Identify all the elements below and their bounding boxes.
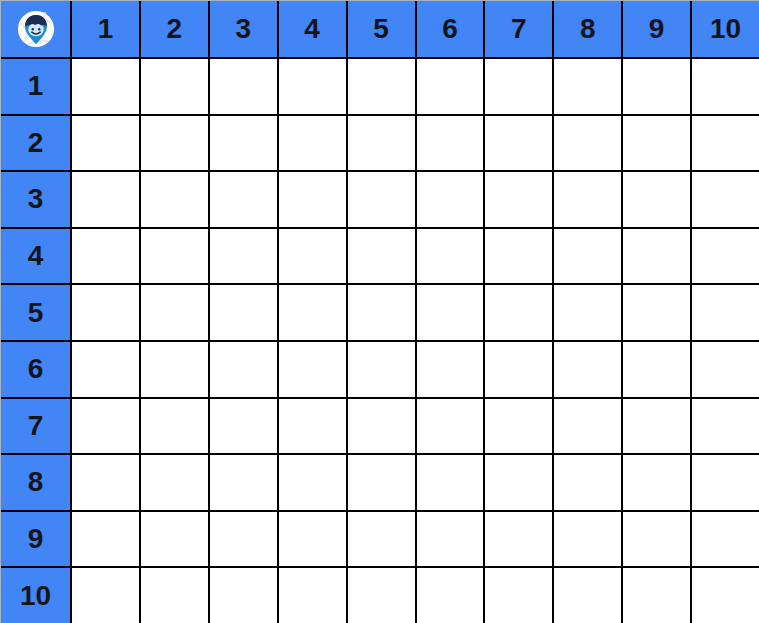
grid-cell-r2-c7[interactable] bbox=[485, 116, 552, 171]
grid-cell-r2-c2[interactable] bbox=[141, 116, 208, 171]
grid-cell-r6-c9[interactable] bbox=[623, 342, 690, 397]
grid-cell-r9-c6[interactable] bbox=[417, 512, 484, 567]
grid-cell-r2-c8[interactable] bbox=[554, 116, 621, 171]
grid-cell-r3-c7[interactable] bbox=[485, 172, 552, 227]
avatar-pin-logo-icon bbox=[17, 10, 55, 48]
grid-cell-r9-c3[interactable] bbox=[210, 512, 277, 567]
grid-cell-r6-c8[interactable] bbox=[554, 342, 621, 397]
grid-cell-r4-c5[interactable] bbox=[348, 229, 415, 284]
grid-cell-r7-c7[interactable] bbox=[485, 399, 552, 454]
grid-cell-r2-c5[interactable] bbox=[348, 116, 415, 171]
grid-cell-r1-c1[interactable] bbox=[72, 59, 139, 114]
grid-cell-r4-c4[interactable] bbox=[279, 229, 346, 284]
grid-cell-r2-c10[interactable] bbox=[692, 116, 759, 171]
grid-cell-r3-c6[interactable] bbox=[417, 172, 484, 227]
row-header-9: 9 bbox=[1, 512, 70, 567]
grid-cell-r10-c7[interactable] bbox=[485, 568, 552, 623]
grid-cell-r8-c4[interactable] bbox=[279, 455, 346, 510]
grid-cell-r9-c8[interactable] bbox=[554, 512, 621, 567]
grid-cell-r4-c6[interactable] bbox=[417, 229, 484, 284]
grid-cell-r4-c2[interactable] bbox=[141, 229, 208, 284]
grid-cell-r2-c9[interactable] bbox=[623, 116, 690, 171]
grid-cell-r3-c8[interactable] bbox=[554, 172, 621, 227]
grid-cell-r5-c2[interactable] bbox=[141, 285, 208, 340]
row-header-2: 2 bbox=[1, 116, 70, 171]
grid-cell-r2-c4[interactable] bbox=[279, 116, 346, 171]
grid-cell-r3-c10[interactable] bbox=[692, 172, 759, 227]
row-header-7: 7 bbox=[1, 399, 70, 454]
grid-cell-r7-c9[interactable] bbox=[623, 399, 690, 454]
grid-cell-r6-c7[interactable] bbox=[485, 342, 552, 397]
grid-cell-r5-c6[interactable] bbox=[417, 285, 484, 340]
grid-cell-r4-c10[interactable] bbox=[692, 229, 759, 284]
grid-cell-r10-c6[interactable] bbox=[417, 568, 484, 623]
row-header-1: 1 bbox=[1, 59, 70, 114]
grid-cell-r4-c7[interactable] bbox=[485, 229, 552, 284]
col-header-2: 2 bbox=[141, 1, 208, 57]
grid-cell-r5-c4[interactable] bbox=[279, 285, 346, 340]
grid-cell-r1-c6[interactable] bbox=[417, 59, 484, 114]
grid-cell-r10-c1[interactable] bbox=[72, 568, 139, 623]
grid-cell-r9-c4[interactable] bbox=[279, 512, 346, 567]
grid-cell-r8-c8[interactable] bbox=[554, 455, 621, 510]
grid-cell-r3-c1[interactable] bbox=[72, 172, 139, 227]
grid-cell-r4-c3[interactable] bbox=[210, 229, 277, 284]
grid-cell-r8-c7[interactable] bbox=[485, 455, 552, 510]
grid-cell-r1-c2[interactable] bbox=[141, 59, 208, 114]
grid-cell-r5-c7[interactable] bbox=[485, 285, 552, 340]
row-header-6: 6 bbox=[1, 342, 70, 397]
grid-cell-r9-c5[interactable] bbox=[348, 512, 415, 567]
grid-cell-r6-c6[interactable] bbox=[417, 342, 484, 397]
grid-cell-r7-c1[interactable] bbox=[72, 399, 139, 454]
grid-cell-r6-c10[interactable] bbox=[692, 342, 759, 397]
row-header-5: 5 bbox=[1, 285, 70, 340]
grid-cell-r4-c8[interactable] bbox=[554, 229, 621, 284]
grid-cell-r1-c4[interactable] bbox=[279, 59, 346, 114]
grid-cell-r10-c10[interactable] bbox=[692, 568, 759, 623]
grid-cell-r5-c9[interactable] bbox=[623, 285, 690, 340]
corner-logo-cell bbox=[1, 1, 70, 57]
grid-cell-r10-c3[interactable] bbox=[210, 568, 277, 623]
multiplication-grid: 1234567891012345678910 bbox=[0, 0, 759, 623]
col-header-10: 10 bbox=[692, 1, 759, 57]
grid-cell-r8-c3[interactable] bbox=[210, 455, 277, 510]
grid-cell-r5-c8[interactable] bbox=[554, 285, 621, 340]
grid-cell-r9-c7[interactable] bbox=[485, 512, 552, 567]
grid-cell-r9-c2[interactable] bbox=[141, 512, 208, 567]
col-header-9: 9 bbox=[623, 1, 690, 57]
grid-cell-r10-c2[interactable] bbox=[141, 568, 208, 623]
grid-cell-r8-c10[interactable] bbox=[692, 455, 759, 510]
grid-cell-r10-c4[interactable] bbox=[279, 568, 346, 623]
grid-cell-r9-c9[interactable] bbox=[623, 512, 690, 567]
grid-cell-r2-c3[interactable] bbox=[210, 116, 277, 171]
grid-cell-r2-c6[interactable] bbox=[417, 116, 484, 171]
row-header-8: 8 bbox=[1, 455, 70, 510]
grid-cell-r10-c8[interactable] bbox=[554, 568, 621, 623]
grid-cell-r3-c4[interactable] bbox=[279, 172, 346, 227]
grid-cell-r6-c3[interactable] bbox=[210, 342, 277, 397]
grid-cell-r8-c9[interactable] bbox=[623, 455, 690, 510]
grid-cell-r1-c10[interactable] bbox=[692, 59, 759, 114]
grid-cell-r2-c1[interactable] bbox=[72, 116, 139, 171]
grid-cell-r6-c4[interactable] bbox=[279, 342, 346, 397]
grid-cell-r7-c3[interactable] bbox=[210, 399, 277, 454]
grid-cell-r7-c6[interactable] bbox=[417, 399, 484, 454]
col-header-7: 7 bbox=[485, 1, 552, 57]
grid-cell-r5-c10[interactable] bbox=[692, 285, 759, 340]
grid-cell-r5-c5[interactable] bbox=[348, 285, 415, 340]
grid-cell-r9-c10[interactable] bbox=[692, 512, 759, 567]
grid-cell-r8-c1[interactable] bbox=[72, 455, 139, 510]
grid-cell-r7-c8[interactable] bbox=[554, 399, 621, 454]
grid-cell-r3-c2[interactable] bbox=[141, 172, 208, 227]
grid-cell-r1-c5[interactable] bbox=[348, 59, 415, 114]
grid-cell-r7-c4[interactable] bbox=[279, 399, 346, 454]
grid-cell-r3-c5[interactable] bbox=[348, 172, 415, 227]
grid-cell-r1-c3[interactable] bbox=[210, 59, 277, 114]
grid-cell-r8-c2[interactable] bbox=[141, 455, 208, 510]
grid-cell-r6-c1[interactable] bbox=[72, 342, 139, 397]
row-header-4: 4 bbox=[1, 229, 70, 284]
col-header-3: 3 bbox=[210, 1, 277, 57]
grid-cell-r6-c5[interactable] bbox=[348, 342, 415, 397]
grid-cell-r7-c2[interactable] bbox=[141, 399, 208, 454]
grid-cell-r7-c10[interactable] bbox=[692, 399, 759, 454]
col-header-8: 8 bbox=[554, 1, 621, 57]
grid-cell-r5-c3[interactable] bbox=[210, 285, 277, 340]
col-header-5: 5 bbox=[348, 1, 415, 57]
grid-cell-r4-c9[interactable] bbox=[623, 229, 690, 284]
grid-cell-r3-c3[interactable] bbox=[210, 172, 277, 227]
col-header-1: 1 bbox=[72, 1, 139, 57]
row-header-3: 3 bbox=[1, 172, 70, 227]
grid-cell-r4-c1[interactable] bbox=[72, 229, 139, 284]
grid-cell-r10-c5[interactable] bbox=[348, 568, 415, 623]
grid-cell-r5-c1[interactable] bbox=[72, 285, 139, 340]
col-header-6: 6 bbox=[417, 1, 484, 57]
grid-cell-r8-c5[interactable] bbox=[348, 455, 415, 510]
grid-cell-r9-c1[interactable] bbox=[72, 512, 139, 567]
grid-cell-r3-c9[interactable] bbox=[623, 172, 690, 227]
grid-cell-r7-c5[interactable] bbox=[348, 399, 415, 454]
grid-cell-r8-c6[interactable] bbox=[417, 455, 484, 510]
row-header-10: 10 bbox=[1, 568, 70, 623]
grid-cell-r10-c9[interactable] bbox=[623, 568, 690, 623]
grid-cell-r6-c2[interactable] bbox=[141, 342, 208, 397]
grid-cell-r1-c7[interactable] bbox=[485, 59, 552, 114]
grid-cell-r1-c9[interactable] bbox=[623, 59, 690, 114]
grid-cell-r1-c8[interactable] bbox=[554, 59, 621, 114]
col-header-4: 4 bbox=[279, 1, 346, 57]
